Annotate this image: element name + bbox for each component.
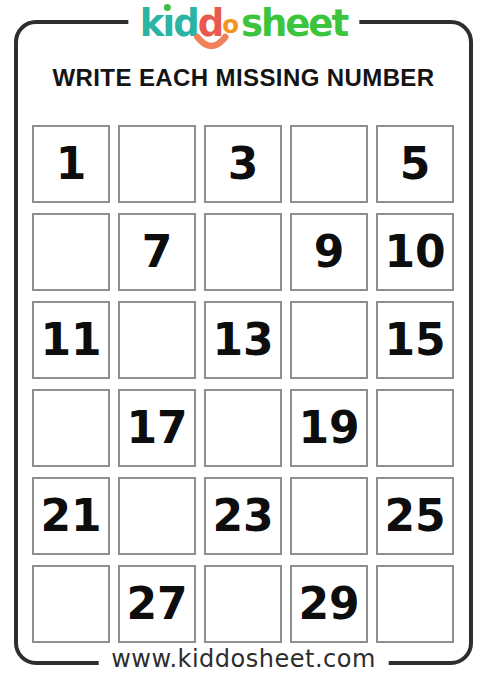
number-cell: 13 — [204, 301, 282, 379]
blank-cell[interactable] — [118, 125, 196, 203]
number-cell: 25 — [376, 477, 454, 555]
smile-icon — [192, 34, 230, 53]
blank-cell[interactable] — [32, 389, 110, 467]
worksheet-title: WRITE EACH MISSING NUMBER — [0, 64, 487, 92]
logo: kıddosheet — [128, 3, 359, 46]
blank-cell[interactable] — [376, 565, 454, 643]
worksheet-page: kıddosheet WRITE EACH MISSING NUMBER 135… — [0, 0, 487, 688]
number-cell: 11 — [32, 301, 110, 379]
blank-cell[interactable] — [290, 125, 368, 203]
blank-cell[interactable] — [290, 301, 368, 379]
blank-cell[interactable] — [376, 389, 454, 467]
number-cell: 23 — [204, 477, 282, 555]
number-cell: 1 — [32, 125, 110, 203]
blank-cell[interactable] — [204, 565, 282, 643]
blank-cell[interactable] — [118, 477, 196, 555]
number-grid: 135791011131517192123252729 — [32, 125, 454, 643]
logo-kiddo: kıddo — [140, 3, 238, 46]
number-cell: 27 — [118, 565, 196, 643]
number-cell: 21 — [32, 477, 110, 555]
blank-cell[interactable] — [32, 213, 110, 291]
number-cell: 5 — [376, 125, 454, 203]
blank-cell[interactable] — [204, 389, 282, 467]
logo-letter: k — [140, 3, 163, 46]
number-cell: 3 — [204, 125, 282, 203]
blank-cell[interactable] — [118, 301, 196, 379]
number-cell: 9 — [290, 213, 368, 291]
i-dot — [164, 4, 171, 11]
number-cell: 17 — [118, 389, 196, 467]
blank-cell[interactable] — [204, 213, 282, 291]
number-cell: 10 — [376, 213, 454, 291]
blank-cell[interactable] — [290, 477, 368, 555]
footer-url: www.kiddosheet.com — [98, 645, 389, 673]
number-cell: 29 — [290, 565, 368, 643]
blank-cell[interactable] — [32, 565, 110, 643]
number-cell: 19 — [290, 389, 368, 467]
number-cell: 15 — [376, 301, 454, 379]
logo-sheet: sheet — [241, 2, 347, 45]
number-cell: 7 — [118, 213, 196, 291]
logo-letter: ı — [162, 3, 173, 46]
